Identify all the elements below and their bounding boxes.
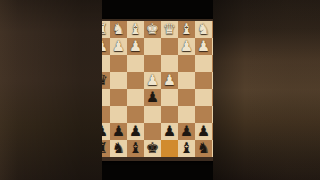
square-d3[interactable] (161, 55, 178, 72)
square-e3[interactable] (144, 55, 161, 72)
square-h6[interactable] (102, 106, 110, 123)
square-h8[interactable]: ♜ (102, 140, 110, 157)
square-f6[interactable] (127, 106, 144, 123)
black-piece-N-g8[interactable]: ♞ (110, 140, 127, 157)
square-b2[interactable]: ♟ (195, 38, 212, 55)
square-h1[interactable]: ♜ (102, 21, 110, 38)
white-piece-Q-d1[interactable]: ♛ (161, 21, 178, 38)
square-f7[interactable]: ♟ (127, 123, 144, 140)
square-d7[interactable]: ♟ (161, 123, 178, 140)
white-piece-P-c2[interactable]: ♟ (178, 38, 195, 55)
square-a3[interactable] (212, 55, 213, 72)
black-piece-N-b8[interactable]: ♞ (195, 140, 212, 157)
white-piece-P-h2[interactable]: ♟ (102, 38, 110, 55)
black-piece-P-a7[interactable]: ♟ (212, 123, 213, 140)
blurred-background-left (0, 0, 102, 180)
square-c5[interactable] (178, 89, 195, 106)
white-piece-N-g1[interactable]: ♞ (110, 21, 127, 38)
square-c2[interactable]: ♟ (178, 38, 195, 55)
square-a5[interactable] (212, 89, 213, 106)
square-f8[interactable]: ♝ (127, 140, 144, 157)
square-g5[interactable] (110, 89, 127, 106)
square-g3[interactable] (110, 55, 127, 72)
square-d8[interactable] (161, 140, 178, 157)
white-piece-P-b2[interactable]: ♟ (195, 38, 212, 55)
square-d1[interactable]: ♛ (161, 21, 178, 38)
square-g1[interactable]: ♞ (110, 21, 127, 38)
black-piece-P-b7[interactable]: ♟ (195, 123, 212, 140)
white-piece-P-e4[interactable]: ♟ (144, 72, 161, 89)
square-h4[interactable]: ♛ (102, 72, 110, 89)
black-piece-P-c7[interactable]: ♟ (178, 123, 195, 140)
square-g7[interactable]: ♟ (110, 123, 127, 140)
black-piece-P-g7[interactable]: ♟ (110, 123, 127, 140)
square-g8[interactable]: ♞ (110, 140, 127, 157)
white-piece-R-h1[interactable]: ♜ (102, 21, 110, 38)
square-b4[interactable] (195, 72, 212, 89)
square-f3[interactable] (127, 55, 144, 72)
square-b8[interactable]: ♞ (195, 140, 212, 157)
square-a7[interactable]: ♟ (212, 123, 213, 140)
square-c3[interactable] (178, 55, 195, 72)
square-f5[interactable] (127, 89, 144, 106)
square-h2[interactable]: ♟ (102, 38, 110, 55)
square-d2[interactable] (161, 38, 178, 55)
white-piece-P-f2[interactable]: ♟ (127, 38, 144, 55)
square-b7[interactable]: ♟ (195, 123, 212, 140)
black-piece-P-d7[interactable]: ♟ (161, 123, 178, 140)
video-content-column: ♜♞♝♚♛♝♞♜♟♟♟♟♟♟♛♟♟♟♟♟♟♟♟♟♟♜♞♝♚♝♞♜ (102, 0, 213, 180)
white-piece-P-a2[interactable]: ♟ (212, 38, 213, 55)
square-d6[interactable] (161, 106, 178, 123)
square-h3[interactable] (102, 55, 110, 72)
white-piece-N-b1[interactable]: ♞ (195, 21, 212, 38)
square-e4[interactable]: ♟ (144, 72, 161, 89)
black-piece-R-h8[interactable]: ♜ (102, 140, 110, 157)
square-b6[interactable] (195, 106, 212, 123)
black-piece-R-a8[interactable]: ♜ (212, 140, 213, 157)
square-f2[interactable]: ♟ (127, 38, 144, 55)
square-e5[interactable]: ♟ (144, 89, 161, 106)
square-f1[interactable]: ♝ (127, 21, 144, 38)
square-c8[interactable]: ♝ (178, 140, 195, 157)
square-a2[interactable]: ♟ (212, 38, 213, 55)
blurred-background-right (213, 0, 320, 180)
white-piece-B-f1[interactable]: ♝ (127, 21, 144, 38)
square-b5[interactable] (195, 89, 212, 106)
square-a6[interactable] (212, 106, 213, 123)
square-a8[interactable]: ♜ (212, 140, 213, 157)
square-e8[interactable]: ♚ (144, 140, 161, 157)
square-h7[interactable]: ♟ (102, 123, 110, 140)
black-piece-P-f7[interactable]: ♟ (127, 123, 144, 140)
square-e2[interactable] (144, 38, 161, 55)
square-g4[interactable] (110, 72, 127, 89)
chess-board[interactable]: ♜♞♝♚♛♝♞♜♟♟♟♟♟♟♛♟♟♟♟♟♟♟♟♟♟♜♞♝♚♝♞♜ (102, 21, 213, 157)
white-piece-B-c1[interactable]: ♝ (178, 21, 195, 38)
square-c1[interactable]: ♝ (178, 21, 195, 38)
white-piece-R-a1[interactable]: ♜ (212, 21, 213, 38)
square-e1[interactable]: ♚ (144, 21, 161, 38)
white-piece-K-e1[interactable]: ♚ (144, 21, 161, 38)
black-piece-P-e5[interactable]: ♟ (144, 89, 161, 106)
square-h5[interactable] (102, 89, 110, 106)
square-a1[interactable]: ♜ (212, 21, 213, 38)
square-b1[interactable]: ♞ (195, 21, 212, 38)
video-frame: ♜♞♝♚♛♝♞♜♟♟♟♟♟♟♛♟♟♟♟♟♟♟♟♟♟♜♞♝♚♝♞♜ (0, 0, 320, 180)
white-piece-P-d4[interactable]: ♟ (161, 72, 178, 89)
black-piece-B-f8[interactable]: ♝ (127, 140, 144, 157)
black-piece-B-c8[interactable]: ♝ (178, 140, 195, 157)
square-b3[interactable] (195, 55, 212, 72)
square-d5[interactable] (161, 89, 178, 106)
white-piece-P-g2[interactable]: ♟ (110, 38, 127, 55)
black-piece-P-h7[interactable]: ♟ (102, 123, 110, 140)
square-e6[interactable] (144, 106, 161, 123)
chess-board-frame: ♜♞♝♚♛♝♞♜♟♟♟♟♟♟♛♟♟♟♟♟♟♟♟♟♟♜♞♝♚♝♞♜ (102, 19, 213, 161)
square-d4[interactable]: ♟ (161, 72, 178, 89)
square-c7[interactable]: ♟ (178, 123, 195, 140)
black-piece-Q-h4[interactable]: ♛ (102, 72, 110, 89)
square-e7[interactable] (144, 123, 161, 140)
square-f4[interactable] (127, 72, 144, 89)
square-g6[interactable] (110, 106, 127, 123)
square-c4[interactable] (178, 72, 195, 89)
square-c6[interactable] (178, 106, 195, 123)
square-a4[interactable] (212, 72, 213, 89)
square-g2[interactable]: ♟ (110, 38, 127, 55)
black-piece-K-e8[interactable]: ♚ (144, 140, 161, 157)
